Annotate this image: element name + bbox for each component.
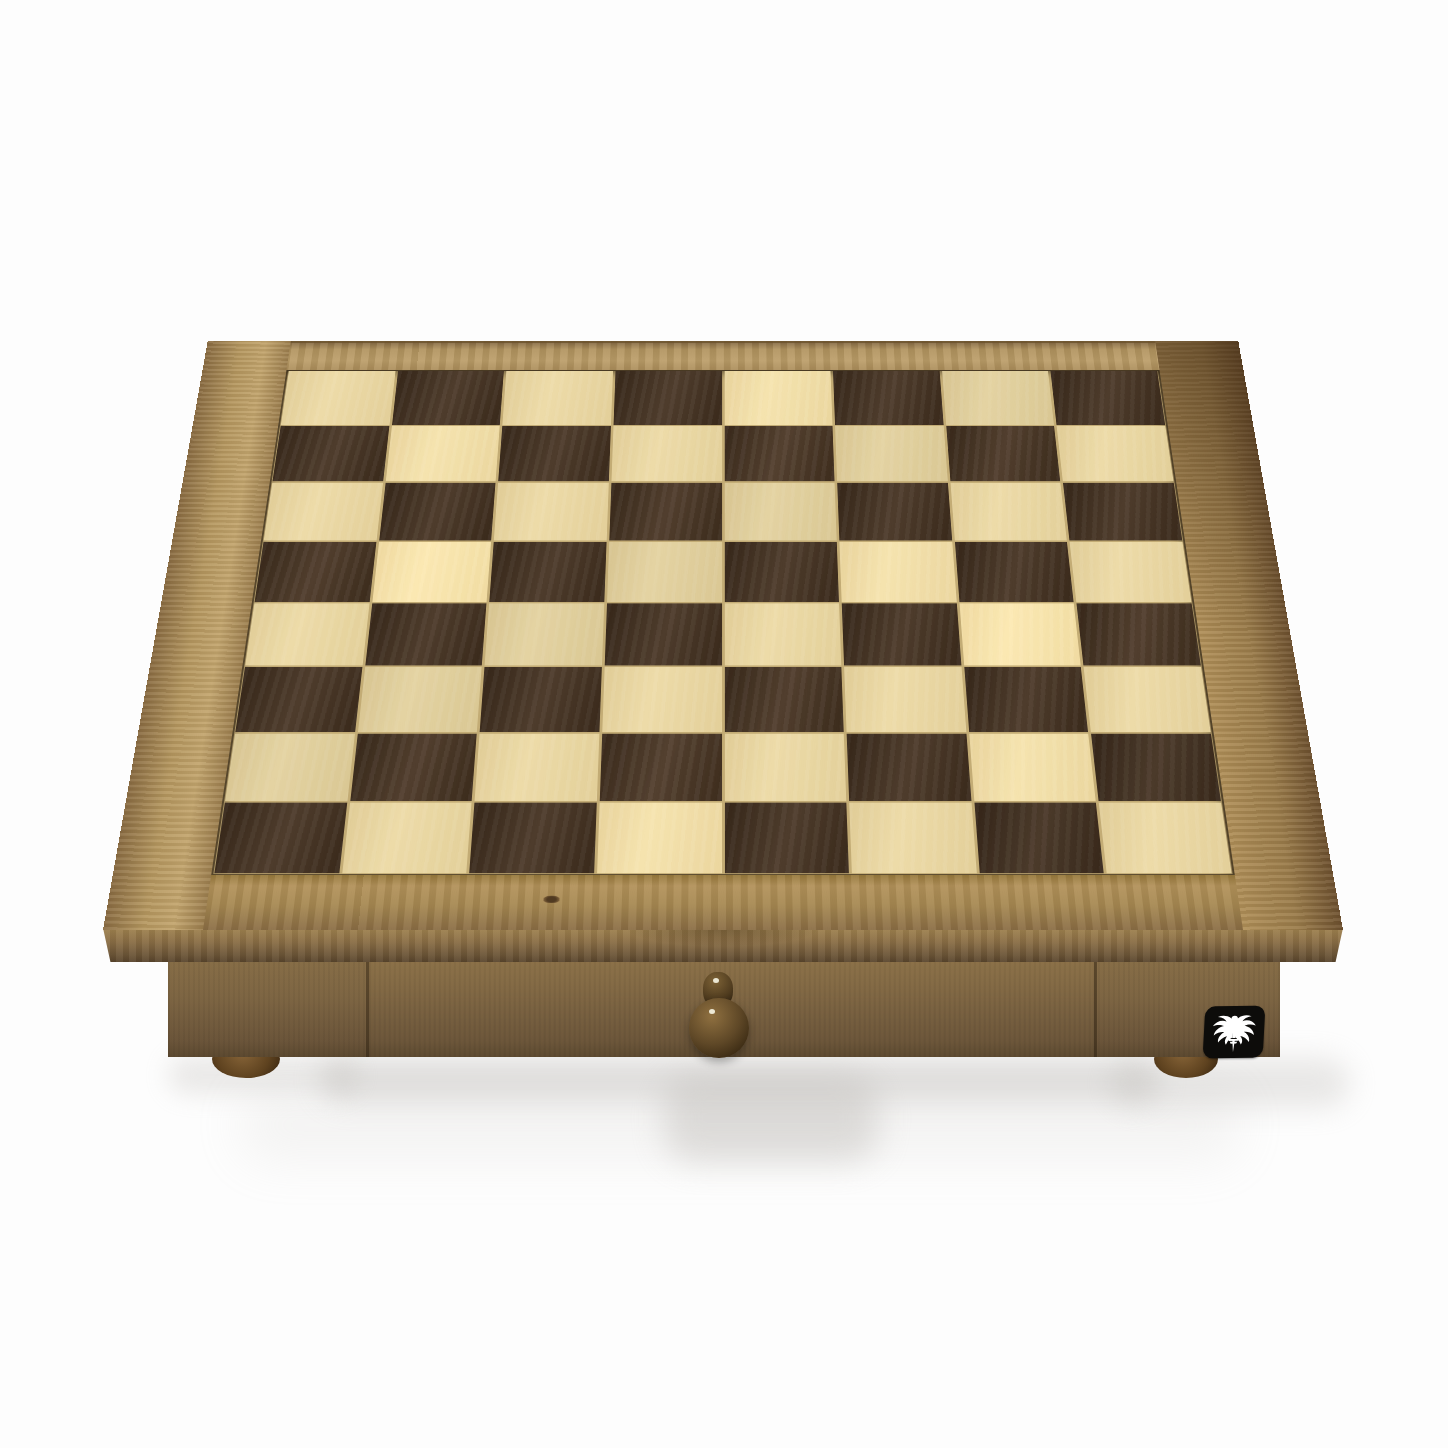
drawer-knob[interactable]	[689, 998, 749, 1058]
square-h3[interactable]	[1084, 667, 1211, 732]
phoenix-eagle-icon	[1209, 1011, 1259, 1054]
square-d3[interactable]	[602, 667, 721, 732]
square-f8[interactable]	[833, 371, 943, 424]
square-e3[interactable]	[724, 667, 843, 732]
square-c7[interactable]	[498, 426, 610, 481]
square-d8[interactable]	[613, 371, 721, 424]
square-h6[interactable]	[1063, 483, 1182, 541]
square-d4[interactable]	[605, 603, 722, 665]
square-a7[interactable]	[272, 426, 389, 481]
square-a4[interactable]	[245, 603, 369, 665]
square-a1[interactable]	[214, 803, 346, 874]
square-b1[interactable]	[342, 803, 472, 874]
chess-board-top	[103, 341, 1343, 930]
square-a8[interactable]	[281, 371, 395, 424]
square-b8[interactable]	[392, 371, 504, 424]
square-g7[interactable]	[946, 426, 1060, 481]
square-d5[interactable]	[607, 542, 722, 602]
floor-shadow-knob	[664, 1074, 878, 1162]
square-c2[interactable]	[475, 734, 599, 802]
square-c5[interactable]	[490, 542, 607, 602]
square-f3[interactable]	[844, 667, 966, 732]
square-a3[interactable]	[235, 667, 362, 732]
square-b2[interactable]	[350, 734, 477, 802]
square-e5[interactable]	[724, 542, 839, 602]
square-b6[interactable]	[379, 483, 496, 541]
square-e7[interactable]	[724, 426, 834, 481]
square-b3[interactable]	[358, 667, 482, 732]
square-b5[interactable]	[372, 542, 491, 602]
square-g3[interactable]	[964, 667, 1088, 732]
brand-badge	[1203, 1005, 1266, 1058]
square-c1[interactable]	[469, 803, 596, 874]
square-g5[interactable]	[955, 542, 1074, 602]
square-c6[interactable]	[494, 483, 609, 541]
square-f4[interactable]	[842, 603, 961, 665]
frame-rail-top	[202, 341, 1244, 372]
square-c4[interactable]	[485, 603, 604, 665]
square-f2[interactable]	[847, 734, 971, 802]
square-e4[interactable]	[724, 603, 841, 665]
square-e1[interactable]	[724, 803, 849, 874]
square-a2[interactable]	[225, 734, 355, 802]
square-c8[interactable]	[503, 371, 613, 424]
square-e2[interactable]	[724, 734, 846, 802]
square-f5[interactable]	[840, 542, 957, 602]
square-f1[interactable]	[849, 803, 976, 874]
square-b7[interactable]	[385, 426, 499, 481]
square-h8[interactable]	[1051, 371, 1165, 424]
square-h1[interactable]	[1099, 803, 1231, 874]
square-h5[interactable]	[1070, 542, 1191, 602]
square-h2[interactable]	[1091, 734, 1221, 802]
frame-rail-bottom	[103, 875, 1343, 930]
square-h4[interactable]	[1077, 603, 1201, 665]
square-c3[interactable]	[480, 667, 602, 732]
chessboard-product-photo	[0, 0, 1448, 1448]
square-a5[interactable]	[255, 542, 376, 602]
square-d1[interactable]	[597, 803, 722, 874]
square-g1[interactable]	[974, 803, 1104, 874]
square-g8[interactable]	[942, 371, 1054, 424]
square-d2[interactable]	[600, 734, 722, 802]
square-d7[interactable]	[611, 426, 721, 481]
square-a6[interactable]	[264, 483, 383, 541]
square-d6[interactable]	[609, 483, 722, 541]
square-g4[interactable]	[959, 603, 1081, 665]
square-f6[interactable]	[837, 483, 952, 541]
square-g2[interactable]	[969, 734, 1096, 802]
square-e6[interactable]	[724, 483, 837, 541]
square-e8[interactable]	[724, 371, 832, 424]
square-g6[interactable]	[950, 483, 1067, 541]
square-f7[interactable]	[835, 426, 947, 481]
floor-shadow-right	[1110, 1058, 1350, 1108]
square-b4[interactable]	[365, 603, 487, 665]
chess-board-grid	[211, 370, 1235, 875]
square-h7[interactable]	[1057, 426, 1174, 481]
board-edge-lip	[103, 928, 1343, 962]
